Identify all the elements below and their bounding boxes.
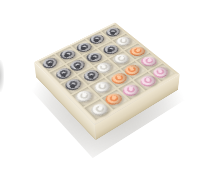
rolled-garment-gray	[81, 68, 102, 83]
rolled-garment-white	[89, 102, 111, 118]
rolled-garment-pink	[120, 82, 142, 98]
rolled-garment-white	[91, 80, 113, 96]
rolled-garment-gray	[53, 66, 74, 81]
rolled-garment-white	[95, 61, 115, 75]
compartment-r3c1	[89, 78, 115, 97]
rolled-garment-pink	[140, 56, 159, 68]
rolled-garment-orange	[123, 63, 143, 78]
rolled-garment-gray	[40, 56, 60, 70]
drawer-organizer-box	[34, 22, 180, 124]
compartment-r2c1	[77, 67, 102, 85]
rolled-garment-white	[73, 89, 95, 105]
rolled-garment-orange	[102, 91, 124, 107]
scene	[0, 0, 220, 187]
rolled-garment-gray	[62, 77, 84, 93]
rolled-garment-white	[112, 53, 131, 65]
rolled-garment-orange	[109, 71, 130, 86]
compartment-r3c2	[106, 70, 132, 88]
compartment-r3c0	[72, 87, 98, 107]
rolled-garment-gray	[67, 59, 87, 73]
compartment-r2c0	[61, 76, 87, 95]
rolled-garment-pink	[151, 65, 171, 80]
photo-frame	[0, 0, 220, 187]
rolled-garment-pink	[138, 73, 159, 89]
